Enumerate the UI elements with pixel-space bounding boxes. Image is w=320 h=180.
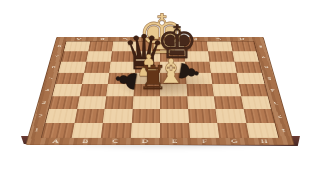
square-h8[interactable] xyxy=(230,41,256,51)
square-g7[interactable] xyxy=(208,51,234,61)
square-g3[interactable] xyxy=(214,96,243,109)
square-f2[interactable] xyxy=(188,109,218,123)
black-rook-d3[interactable]: ♜ xyxy=(138,61,168,94)
square-h2[interactable] xyxy=(243,109,274,123)
chessboard-photo: ABCDEFGH ABCDEFGH 87654321 87654321 ♚♚♛♟… xyxy=(0,0,320,180)
file-label-g: G xyxy=(219,138,250,145)
square-g4[interactable] xyxy=(212,84,240,96)
file-labels-bottom: ABCDEFGH xyxy=(40,138,280,145)
square-e2[interactable] xyxy=(160,109,189,123)
square-a1[interactable] xyxy=(42,123,74,138)
square-g8[interactable] xyxy=(207,41,232,51)
square-a2[interactable] xyxy=(45,109,76,123)
file-label-f: F xyxy=(190,138,221,145)
rank-label-flipped-4: 4 xyxy=(265,84,281,96)
square-h3[interactable] xyxy=(241,96,271,109)
square-a4[interactable] xyxy=(52,84,81,96)
square-b1[interactable] xyxy=(71,123,102,138)
black-pawn-lying-c4[interactable]: ♟ xyxy=(111,66,142,95)
square-a6[interactable] xyxy=(58,62,85,73)
square-a7[interactable] xyxy=(61,51,88,61)
square-d3[interactable] xyxy=(132,96,160,109)
rank-label-flipped-3: 3 xyxy=(268,96,285,109)
square-h6[interactable] xyxy=(234,62,261,73)
black-pawn-lying-f4[interactable]: ♟ xyxy=(175,59,204,85)
square-e1[interactable] xyxy=(160,123,190,138)
file-label-flipped-g: G xyxy=(206,37,230,41)
file-label-e: E xyxy=(160,138,190,145)
square-g6[interactable] xyxy=(209,62,236,73)
square-d1[interactable] xyxy=(130,123,160,138)
rank-label-flipped-6: 6 xyxy=(259,62,274,73)
square-a3[interactable] xyxy=(49,96,79,109)
square-c1[interactable] xyxy=(101,123,132,138)
file-label-a: A xyxy=(40,138,71,145)
square-b6[interactable] xyxy=(84,62,111,73)
square-h5[interactable] xyxy=(236,72,264,84)
square-b2[interactable] xyxy=(74,109,104,123)
square-b5[interactable] xyxy=(82,72,110,84)
square-a5[interactable] xyxy=(55,72,83,84)
square-c2[interactable] xyxy=(103,109,133,123)
file-label-h: H xyxy=(249,138,280,145)
file-label-d: D xyxy=(130,138,160,145)
square-g5[interactable] xyxy=(211,72,239,84)
square-g1[interactable] xyxy=(217,123,248,138)
rank-label-flipped-7: 7 xyxy=(256,51,270,61)
square-b8[interactable] xyxy=(88,41,113,51)
square-h7[interactable] xyxy=(232,51,259,61)
square-h4[interactable] xyxy=(238,84,267,96)
file-label-flipped-a: A xyxy=(66,37,90,41)
rank-label-flipped-2: 2 xyxy=(271,109,288,123)
file-label-c: C xyxy=(100,138,131,145)
square-f3[interactable] xyxy=(187,96,216,109)
square-g2[interactable] xyxy=(215,109,245,123)
rank-label-flipped-1: 1 xyxy=(275,123,293,138)
square-b7[interactable] xyxy=(86,51,112,61)
file-label-flipped-b: B xyxy=(90,37,114,41)
square-h1[interactable] xyxy=(246,123,278,138)
square-f1[interactable] xyxy=(189,123,220,138)
file-label-b: B xyxy=(70,138,101,145)
square-e3[interactable] xyxy=(160,96,188,109)
square-d2[interactable] xyxy=(131,109,160,123)
file-label-flipped-h: H xyxy=(229,37,253,41)
rank-label-flipped-5: 5 xyxy=(262,72,277,84)
square-c3[interactable] xyxy=(105,96,134,109)
rank-label-flipped-8: 8 xyxy=(254,41,268,51)
square-b3[interactable] xyxy=(77,96,106,109)
square-b4[interactable] xyxy=(79,84,107,96)
square-a8[interactable] xyxy=(64,41,90,51)
